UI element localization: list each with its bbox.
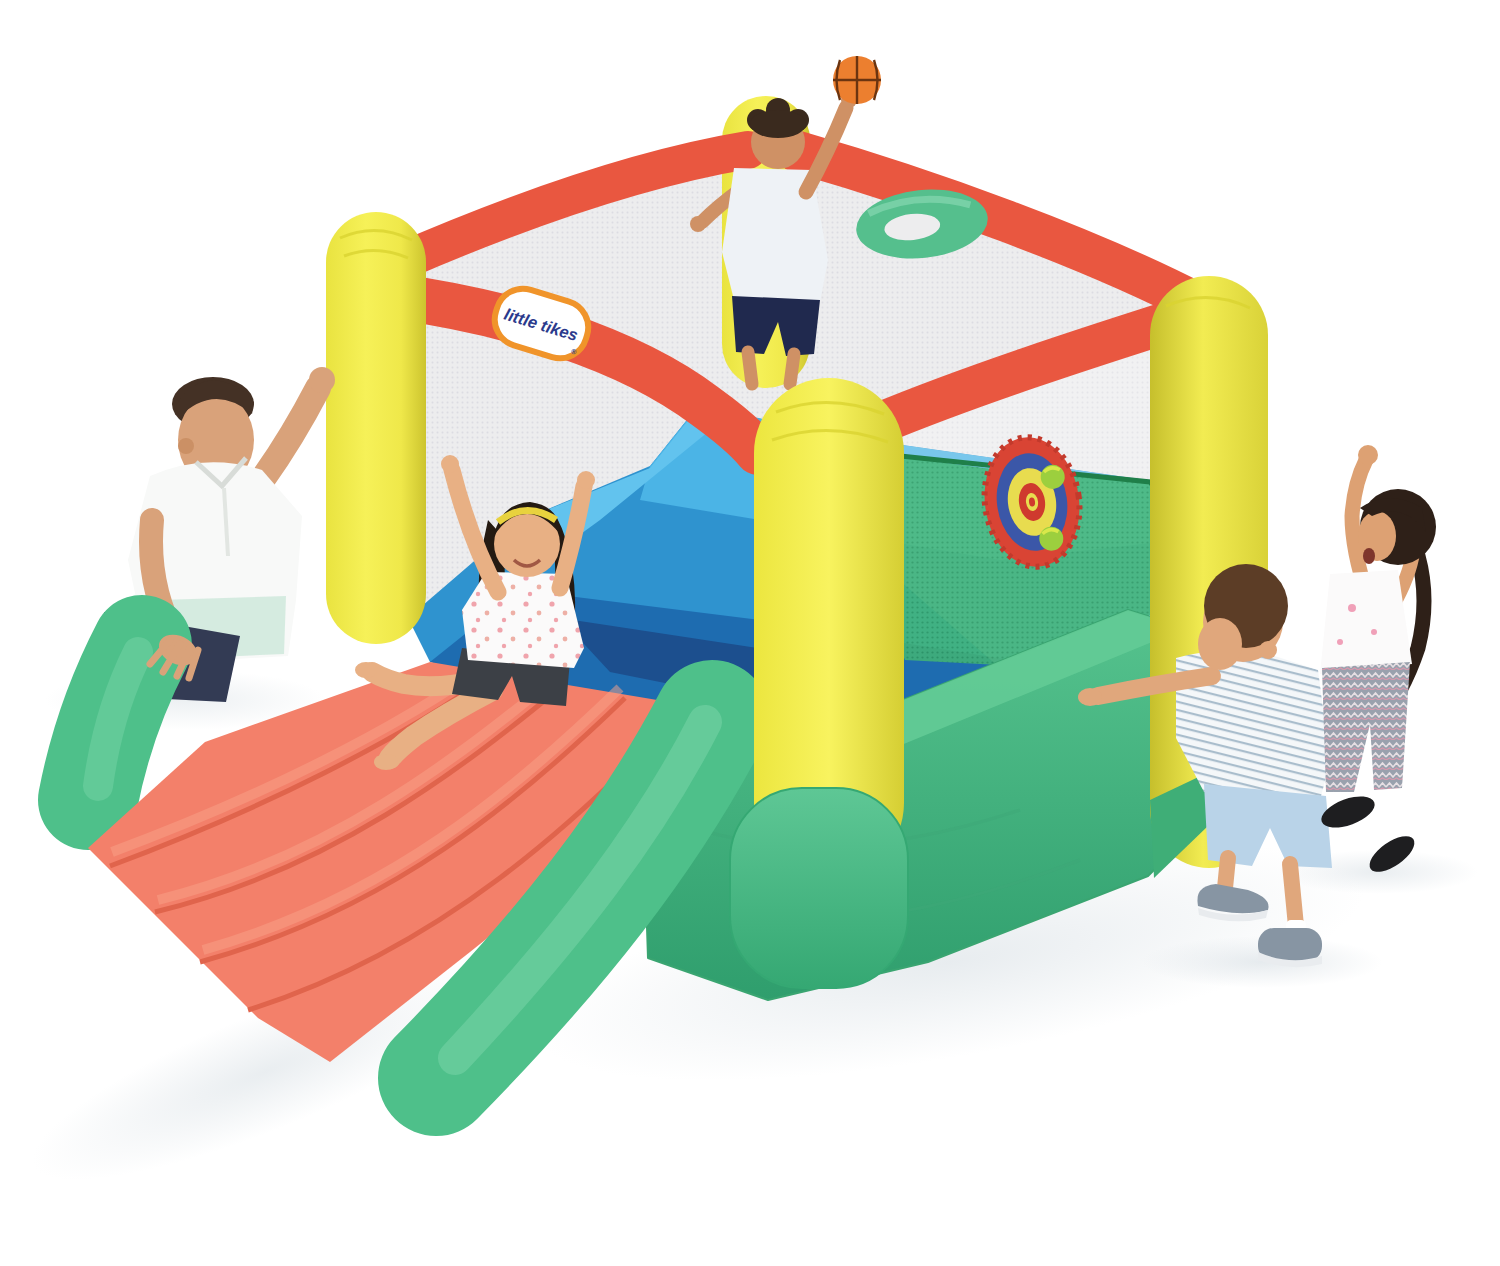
girl-right-open-mouth bbox=[1363, 548, 1375, 564]
girl-right-fist bbox=[1358, 445, 1378, 465]
man-ear bbox=[178, 438, 194, 454]
left-post-tube bbox=[326, 212, 426, 644]
girl-slide-hand bbox=[441, 455, 459, 473]
bounce-house-scene: little tikes ® bbox=[0, 0, 1500, 1266]
girl-slide-foot bbox=[374, 754, 398, 770]
girl-right-shirt-star bbox=[1371, 629, 1377, 635]
left-post bbox=[326, 212, 426, 644]
boy-jumping-leg bbox=[748, 352, 752, 384]
basketball bbox=[833, 56, 881, 104]
base-corner-bumper bbox=[730, 788, 908, 988]
girl-slide-foot bbox=[355, 662, 377, 678]
girl-right-shirt-star bbox=[1337, 639, 1343, 645]
girl-right-tshirt bbox=[1320, 570, 1412, 674]
boy-right-ear bbox=[1259, 641, 1277, 659]
boy-right-face bbox=[1198, 618, 1242, 670]
product-photo: little tikes ® bbox=[0, 0, 1500, 1266]
boy-jumping-leg bbox=[790, 354, 794, 384]
boy-right-leg bbox=[1290, 864, 1296, 926]
girl-right-shirt-star bbox=[1348, 604, 1356, 612]
boy-jumping-left-hand bbox=[690, 216, 706, 232]
girl-slide-hand bbox=[577, 471, 595, 489]
boy-right-hand bbox=[1078, 688, 1102, 706]
man-hand-on-post bbox=[309, 367, 335, 393]
